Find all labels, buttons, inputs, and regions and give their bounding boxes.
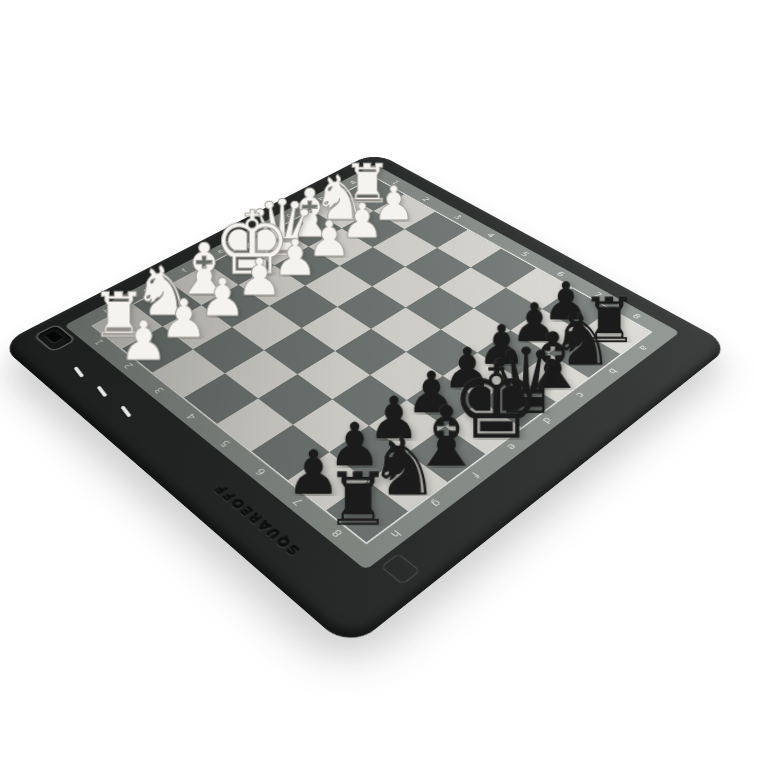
rank-label-text: 6 — [253, 466, 267, 476]
file-label-text: d — [250, 230, 261, 237]
file-label-text: h — [102, 307, 114, 315]
file-label-text: c — [284, 212, 294, 218]
rank-label-text: 2 — [420, 196, 431, 202]
squareoff-chess-board: SQUAREOFF 12345678a♜♟♟♜ab♞♟♟♞bc♝♟♟♝cd♛♟♟… — [0, 152, 731, 650]
rank-label-text: 8 — [329, 527, 344, 538]
rank-label-text: 6 — [555, 271, 567, 278]
file-label-text: a — [637, 344, 650, 352]
rank-label-text: 4 — [485, 232, 496, 239]
rank-label-text: 4 — [184, 411, 198, 420]
file-label-text: b — [606, 367, 619, 376]
board-grid: 12345678a♜♟♟♜ab♞♟♟♞bc♝♟♟♝cd♛♟♟♛de♚♟♟♚ef♝… — [64, 164, 679, 570]
rim-indicator-dash — [74, 366, 85, 377]
board-mat: 12345678a♜♟♟♜ab♞♟♟♞bc♝♟♟♝cd♛♟♟♛de♚♟♟♚ef♝… — [64, 164, 679, 570]
rank-label-text: 7 — [290, 496, 305, 507]
rim-indicator-dash — [121, 406, 132, 418]
file-label-text: h — [389, 528, 404, 539]
file-label-text: d — [540, 415, 554, 424]
file-label-text: a — [348, 179, 359, 185]
rank-label-text: 2 — [122, 361, 135, 370]
file-label-text: b — [316, 195, 327, 201]
rank-label-text: 3 — [452, 214, 463, 220]
rank-label-text: 1 — [390, 180, 401, 186]
rim-indicator-dash — [97, 386, 108, 397]
file-label-text: f — [469, 470, 481, 479]
product-photo-backdrop: SQUAREOFF 12345678a♜♟♟♜ab♞♟♟♞bc♝♟♟♝cd♛♟♟… — [0, 0, 768, 768]
file-label-text: g — [141, 286, 153, 293]
rank-label-text: 7 — [592, 291, 604, 298]
rank-label-text: 3 — [152, 386, 166, 395]
file-label-text: f — [180, 267, 189, 273]
board-scene: SQUAREOFF 12345678a♜♟♟♜ab♞♟♟♞bc♝♟♟♝cd♛♟♟… — [0, 0, 768, 768]
file-label-text: g — [429, 498, 444, 509]
squareoff-emblem-outline-icon — [380, 553, 420, 585]
file-label-text: c — [575, 391, 588, 400]
